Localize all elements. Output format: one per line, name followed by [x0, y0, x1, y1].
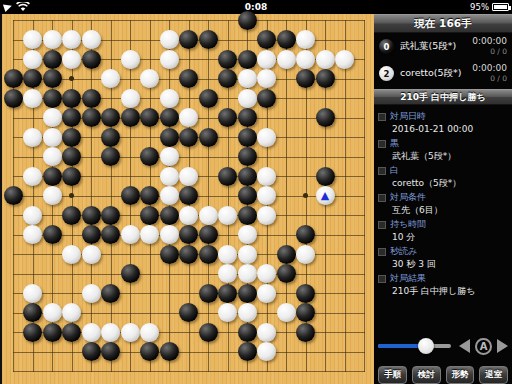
- result-bar: 210手 白中押し勝ち: [374, 89, 512, 105]
- white-stone: [179, 167, 198, 186]
- black-stone: [257, 30, 276, 49]
- white-stone: [199, 206, 218, 225]
- white-stone: [82, 30, 101, 49]
- info-value: 武礼葉（5段*）: [378, 150, 508, 163]
- black-captures-badge: 0: [379, 39, 394, 54]
- list-bullet-icon: [378, 113, 386, 121]
- white-stone: [23, 206, 42, 225]
- black-stone: [160, 206, 179, 225]
- white-stone: [238, 225, 257, 244]
- info-item: 黒武礼葉（5段*）: [378, 137, 508, 163]
- black-stone: [296, 323, 315, 342]
- black-stone: [101, 108, 120, 127]
- white-stone: [296, 50, 315, 69]
- black-stone: [62, 167, 81, 186]
- player-row-white: 2 coretto(5段*) 0:00:00 0 / 0: [374, 60, 512, 87]
- white-stone: [62, 303, 81, 322]
- black-stone: [218, 167, 237, 186]
- black-stone: [140, 147, 159, 166]
- black-stone: [257, 89, 276, 108]
- info-value: coretto（5段*）: [378, 177, 508, 190]
- white-stone: [257, 186, 276, 205]
- white-stone: [23, 128, 42, 147]
- list-bullet-icon: [378, 221, 386, 229]
- black-stone: [101, 128, 120, 147]
- white-stone: [43, 303, 62, 322]
- black-stone: [121, 264, 140, 283]
- action-button-3[interactable]: 形勢: [446, 366, 475, 384]
- black-stone: [43, 50, 62, 69]
- black-stone: [277, 264, 296, 283]
- white-stone: [296, 30, 315, 49]
- sidebar: 現在 166手 0 武礼葉(5段*) 0:00:00 0 / 0 2 coret…: [374, 14, 512, 384]
- white-stone: [218, 303, 237, 322]
- black-stone: [218, 108, 237, 127]
- black-stone: [43, 323, 62, 342]
- white-stone: [160, 89, 179, 108]
- black-stone: [140, 108, 159, 127]
- info-label: 秒読み: [390, 245, 417, 258]
- list-bullet-icon: [378, 167, 386, 175]
- black-stone: [160, 108, 179, 127]
- black-stone: [101, 147, 120, 166]
- white-stone: [238, 303, 257, 322]
- black-stone: [160, 245, 179, 264]
- white-stone: [121, 323, 140, 342]
- white-stone: [277, 50, 296, 69]
- white-stone: [140, 225, 159, 244]
- black-stone: [238, 108, 257, 127]
- white-stone: [257, 284, 276, 303]
- white-stone: [257, 323, 276, 342]
- action-button-4[interactable]: 退室: [479, 366, 508, 384]
- white-stone: [160, 30, 179, 49]
- white-stone: [179, 108, 198, 127]
- white-stone: [257, 167, 276, 186]
- black-stone: [199, 89, 218, 108]
- info-label: 持ち時間: [390, 218, 426, 231]
- app-screen: 0:08 95% ▲ 現在 166手 0 武礼葉(5段*) 0:00:00 0 …: [0, 0, 512, 384]
- grid-line: [13, 371, 365, 372]
- black-stone: [277, 245, 296, 264]
- white-stone: [257, 128, 276, 147]
- star-point: [303, 193, 308, 198]
- black-stone: [23, 323, 42, 342]
- playback-controls: A: [374, 332, 512, 360]
- black-stone: [43, 89, 62, 108]
- black-stone: [4, 186, 23, 205]
- black-stone: [238, 206, 257, 225]
- black-stone: [238, 323, 257, 342]
- white-stone: [218, 245, 237, 264]
- white-stone: [23, 30, 42, 49]
- grid-line: [364, 20, 365, 372]
- white-stone: [43, 30, 62, 49]
- white-stone: [277, 303, 296, 322]
- info-item: 対局条件互先（6目）: [378, 191, 508, 217]
- white-stone: [23, 89, 42, 108]
- black-stone: [101, 342, 120, 361]
- white-stone: [238, 69, 257, 88]
- white-stone: [160, 50, 179, 69]
- current-move-bar: 現在 166手: [374, 14, 512, 33]
- black-stone: [23, 303, 42, 322]
- black-stone: [238, 342, 257, 361]
- black-stone: [296, 69, 315, 88]
- black-stone: [199, 323, 218, 342]
- black-stone: [199, 284, 218, 303]
- info-label: 黒: [390, 137, 399, 150]
- black-stone: [218, 69, 237, 88]
- white-stone: [296, 245, 315, 264]
- black-stone: [238, 284, 257, 303]
- info-label: 対局条件: [390, 191, 426, 204]
- black-stone: [101, 284, 120, 303]
- white-captures-badge: 2: [379, 66, 394, 81]
- black-stone: [238, 50, 257, 69]
- black-stone: [160, 342, 179, 361]
- white-stone: [62, 30, 81, 49]
- white-stone: [43, 108, 62, 127]
- white-player-name: coretto(5段*): [400, 67, 466, 80]
- star-point: [69, 76, 74, 81]
- white-stone: [62, 245, 81, 264]
- black-stone: [238, 167, 257, 186]
- black-stone: [62, 108, 81, 127]
- white-stone: [101, 323, 120, 342]
- last-move-marker: ▲: [316, 186, 335, 205]
- white-stone: [43, 128, 62, 147]
- black-stone: [82, 50, 101, 69]
- grid-line: [13, 274, 365, 275]
- info-item: 対局結果210手 白中押し勝ち: [378, 272, 508, 298]
- black-stone: [296, 284, 315, 303]
- white-stone: [23, 284, 42, 303]
- white-stone: [218, 206, 237, 225]
- white-stone: [23, 50, 42, 69]
- black-stone: [101, 206, 120, 225]
- black-stone: [218, 50, 237, 69]
- black-stone: [62, 128, 81, 147]
- white-stone: [238, 264, 257, 283]
- white-stone: [160, 147, 179, 166]
- black-stone: [179, 245, 198, 264]
- black-stone: [140, 186, 159, 205]
- white-stone: [257, 50, 276, 69]
- white-stone: [43, 147, 62, 166]
- black-stone: [43, 69, 62, 88]
- white-clock: 0:00:00: [472, 63, 507, 74]
- black-stone: [140, 206, 159, 225]
- white-stone: [257, 69, 276, 88]
- white-stone: [238, 89, 257, 108]
- info-value: 2016-01-21 00:00: [378, 123, 508, 136]
- white-stone: [140, 69, 159, 88]
- white-stone: [82, 284, 101, 303]
- star-point: [69, 193, 74, 198]
- info-label: 対局結果: [390, 272, 426, 285]
- black-clock: 0:00:00: [472, 36, 507, 47]
- black-player-name: 武礼葉(5段*): [400, 40, 466, 53]
- info-value: 30 秒 3 回: [378, 258, 508, 271]
- player-row-black: 0 武礼葉(5段*) 0:00:00 0 / 0: [374, 33, 512, 60]
- white-stone: [238, 245, 257, 264]
- black-stone: [316, 69, 335, 88]
- white-stone: [121, 50, 140, 69]
- go-board[interactable]: ▲: [0, 14, 374, 384]
- black-stone: [101, 225, 120, 244]
- black-stone: [82, 342, 101, 361]
- status-bar: 0:08 95%: [0, 0, 512, 14]
- black-stone: [199, 30, 218, 49]
- status-time: 0:08: [0, 2, 512, 12]
- move-slider[interactable]: [378, 344, 451, 348]
- white-stone: [82, 245, 101, 264]
- black-stone: [121, 108, 140, 127]
- info-item: 対局日時2016-01-21 00:00: [378, 110, 508, 136]
- white-stone: [316, 50, 335, 69]
- black-stone: [277, 30, 296, 49]
- white-periods: 0 / 0: [472, 74, 507, 83]
- black-stone: [62, 206, 81, 225]
- white-stone: [121, 89, 140, 108]
- black-stone: [296, 225, 315, 244]
- black-stone: [62, 89, 81, 108]
- black-stone: [4, 89, 23, 108]
- white-stone: [257, 264, 276, 283]
- black-periods: 0 / 0: [472, 47, 507, 56]
- list-bullet-icon: [378, 275, 386, 283]
- grid-line: [345, 20, 346, 372]
- white-stone: [218, 264, 237, 283]
- black-stone: [82, 206, 101, 225]
- black-stone: [140, 342, 159, 361]
- black-stone: [179, 128, 198, 147]
- white-stone: [23, 167, 42, 186]
- white-stone: [101, 69, 120, 88]
- battery-icon: [492, 3, 509, 11]
- white-stone: [335, 50, 354, 69]
- white-stone: [140, 323, 159, 342]
- black-stone: [199, 128, 218, 147]
- black-stone: [160, 128, 179, 147]
- white-stone: [257, 342, 276, 361]
- black-stone: [218, 284, 237, 303]
- black-stone: [62, 147, 81, 166]
- black-stone: [23, 69, 42, 88]
- black-stone: [199, 245, 218, 264]
- next-move-button[interactable]: [497, 339, 508, 353]
- black-stone: [43, 225, 62, 244]
- black-stone: [238, 186, 257, 205]
- list-bullet-icon: [378, 194, 386, 202]
- black-stone: [62, 323, 81, 342]
- white-stone: [160, 225, 179, 244]
- grid-line: [208, 20, 209, 372]
- black-stone: [316, 108, 335, 127]
- info-value: 210手 白中押し勝ち: [378, 285, 508, 298]
- black-stone: [179, 30, 198, 49]
- white-stone: [160, 186, 179, 205]
- black-stone: [121, 186, 140, 205]
- action-button-1[interactable]: 手順: [378, 366, 407, 384]
- black-stone: [179, 186, 198, 205]
- white-stone: [43, 186, 62, 205]
- black-stone: [199, 225, 218, 244]
- autoplay-button[interactable]: A: [475, 338, 492, 355]
- info-item: 秒読み30 秒 3 回: [378, 245, 508, 271]
- white-stone: [257, 206, 276, 225]
- list-bullet-icon: [378, 248, 386, 256]
- info-item: 持ち時間10 分: [378, 218, 508, 244]
- black-stone: [238, 11, 257, 30]
- white-stone: [82, 323, 101, 342]
- white-stone: [160, 167, 179, 186]
- info-item: 白coretto（5段*）: [378, 164, 508, 190]
- black-stone: [296, 303, 315, 322]
- grid-line: [13, 352, 365, 353]
- black-stone: [43, 167, 62, 186]
- black-stone: [316, 167, 335, 186]
- info-label: 白: [390, 164, 399, 177]
- black-stone: [238, 128, 257, 147]
- info-value: 互先（6目）: [378, 204, 508, 217]
- black-stone: [82, 108, 101, 127]
- action-button-2[interactable]: 検討: [412, 366, 441, 384]
- battery-percent: 95%: [470, 2, 489, 12]
- action-button-row: 手順検討形勢退室: [374, 366, 512, 384]
- white-stone: [23, 225, 42, 244]
- game-info-list: 対局日時2016-01-21 00:00黒武礼葉（5段*）白coretto（5段…: [374, 105, 512, 304]
- black-stone: [179, 303, 198, 322]
- white-stone: [179, 206, 198, 225]
- black-stone: [179, 69, 198, 88]
- slider-knob[interactable]: [418, 338, 434, 354]
- info-label: 対局日時: [390, 110, 426, 123]
- black-stone: [82, 89, 101, 108]
- black-stone: [179, 225, 198, 244]
- list-bullet-icon: [378, 140, 386, 148]
- info-value: 10 分: [378, 231, 508, 244]
- black-stone: [82, 225, 101, 244]
- white-stone: [121, 225, 140, 244]
- white-stone: [62, 50, 81, 69]
- prev-move-button[interactable]: [459, 339, 470, 353]
- black-stone: [4, 69, 23, 88]
- black-stone: [238, 147, 257, 166]
